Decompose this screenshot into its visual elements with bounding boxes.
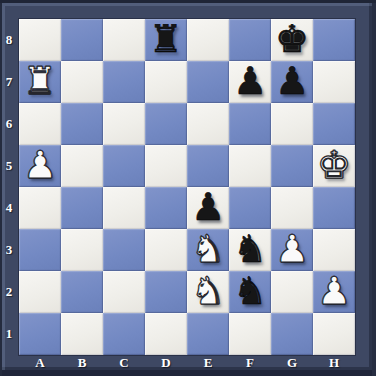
square-b2[interactable] [61, 271, 103, 313]
square-a4[interactable] [19, 187, 61, 229]
file-label-a: A [19, 355, 61, 371]
square-a7[interactable]: ♜ [19, 61, 61, 103]
square-h1[interactable] [313, 313, 355, 355]
square-a3[interactable] [19, 229, 61, 271]
file-label-b: B [61, 355, 103, 371]
square-c4[interactable] [103, 187, 145, 229]
square-c5[interactable] [103, 145, 145, 187]
square-e6[interactable] [187, 103, 229, 145]
black-pawn: ♟ [187, 187, 229, 229]
black-knight: ♞ [229, 229, 271, 271]
square-e8[interactable] [187, 19, 229, 61]
file-label-e: E [187, 355, 229, 371]
square-b1[interactable] [61, 313, 103, 355]
square-c7[interactable] [103, 61, 145, 103]
rank-label-5: 5 [0, 145, 18, 187]
square-h3[interactable] [313, 229, 355, 271]
file-label-g: G [271, 355, 313, 371]
square-b5[interactable] [61, 145, 103, 187]
square-d5[interactable] [145, 145, 187, 187]
square-e4[interactable]: ♟ [187, 187, 229, 229]
square-a5[interactable]: ♟ [19, 145, 61, 187]
square-g6[interactable] [271, 103, 313, 145]
black-knight: ♞ [229, 271, 271, 313]
square-b4[interactable] [61, 187, 103, 229]
file-label-f: F [229, 355, 271, 371]
square-e3[interactable]: ♞ [187, 229, 229, 271]
square-c2[interactable] [103, 271, 145, 313]
white-knight: ♞ [187, 271, 229, 313]
square-h6[interactable] [313, 103, 355, 145]
black-pawn: ♟ [229, 61, 271, 103]
square-d6[interactable] [145, 103, 187, 145]
square-f1[interactable] [229, 313, 271, 355]
square-g7[interactable]: ♟ [271, 61, 313, 103]
rank-label-1: 1 [0, 313, 18, 355]
file-label-c: C [103, 355, 145, 371]
chess-board: ♜♚♜♟♟♟♚♟♞♞♟♞♞♟ [18, 18, 356, 356]
square-g2[interactable] [271, 271, 313, 313]
square-d3[interactable] [145, 229, 187, 271]
square-b3[interactable] [61, 229, 103, 271]
square-f4[interactable] [229, 187, 271, 229]
square-g5[interactable] [271, 145, 313, 187]
black-rook: ♜ [145, 19, 187, 61]
square-d2[interactable] [145, 271, 187, 313]
square-d7[interactable] [145, 61, 187, 103]
square-h5[interactable]: ♚ [313, 145, 355, 187]
square-h8[interactable] [313, 19, 355, 61]
black-king: ♚ [271, 19, 313, 61]
black-pawn: ♟ [271, 61, 313, 103]
white-pawn: ♟ [313, 271, 355, 313]
square-f5[interactable] [229, 145, 271, 187]
square-c8[interactable] [103, 19, 145, 61]
rank-label-4: 4 [0, 187, 18, 229]
square-e1[interactable] [187, 313, 229, 355]
rank-label-8: 8 [0, 19, 18, 61]
square-b7[interactable] [61, 61, 103, 103]
square-h4[interactable] [313, 187, 355, 229]
square-c6[interactable] [103, 103, 145, 145]
square-h2[interactable]: ♟ [313, 271, 355, 313]
square-g1[interactable] [271, 313, 313, 355]
square-c3[interactable] [103, 229, 145, 271]
rank-label-7: 7 [0, 61, 18, 103]
square-d1[interactable] [145, 313, 187, 355]
square-e5[interactable] [187, 145, 229, 187]
square-d4[interactable] [145, 187, 187, 229]
square-g8[interactable]: ♚ [271, 19, 313, 61]
white-king: ♚ [313, 145, 355, 187]
square-g4[interactable] [271, 187, 313, 229]
rank-label-2: 2 [0, 271, 18, 313]
square-a1[interactable] [19, 313, 61, 355]
rank-labels: 87654321 [0, 19, 18, 355]
file-labels: ABCDEFGH [19, 355, 355, 370]
rank-label-6: 6 [0, 103, 18, 145]
white-knight: ♞ [187, 229, 229, 271]
square-f8[interactable] [229, 19, 271, 61]
white-rook: ♜ [19, 61, 61, 103]
file-label-h: H [313, 355, 355, 371]
square-b6[interactable] [61, 103, 103, 145]
square-f2[interactable]: ♞ [229, 271, 271, 313]
square-c1[interactable] [103, 313, 145, 355]
square-d8[interactable]: ♜ [145, 19, 187, 61]
square-a2[interactable] [19, 271, 61, 313]
square-h7[interactable] [313, 61, 355, 103]
file-label-d: D [145, 355, 187, 371]
white-pawn: ♟ [271, 229, 313, 271]
square-f3[interactable]: ♞ [229, 229, 271, 271]
square-g3[interactable]: ♟ [271, 229, 313, 271]
square-e2[interactable]: ♞ [187, 271, 229, 313]
white-pawn: ♟ [19, 145, 61, 187]
square-f6[interactable] [229, 103, 271, 145]
square-a8[interactable] [19, 19, 61, 61]
rank-label-3: 3 [0, 229, 18, 271]
square-a6[interactable] [19, 103, 61, 145]
chess-board-frame: 87654321 ♜♚♜♟♟♟♚♟♞♞♟♞♞♟ ABCDEFGH [0, 0, 376, 376]
square-b8[interactable] [61, 19, 103, 61]
square-f7[interactable]: ♟ [229, 61, 271, 103]
square-e7[interactable] [187, 61, 229, 103]
